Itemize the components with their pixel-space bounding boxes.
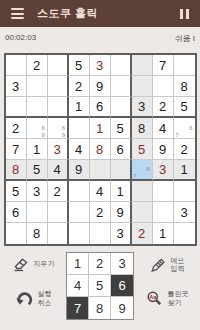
cell-r6c6[interactable] [111,160,132,181]
cell-r8c6[interactable]: 9 [111,202,132,223]
cell-r7c3[interactable]: 2 [48,181,69,202]
status-bar: 00:02:03 쉬움 I [0,33,200,44]
given-digit: 2 [96,206,103,219]
cell-r3c8[interactable]: 2 [153,97,174,118]
cell-r4c8[interactable]: 4 [153,118,174,139]
numpad-key-7[interactable]: 7 [67,297,89,319]
numpad-key-1[interactable]: 1 [67,253,89,275]
cell-r5c5[interactable]: 8 [90,139,111,160]
given-digit: 7 [12,143,19,156]
numpad-key-6[interactable]: 6 [111,275,133,297]
cell-r9c8[interactable]: 1 [153,223,174,244]
sudoku-board: 2537329816325269691584677134865928549673… [4,53,197,246]
given-digit: 3 [12,80,19,93]
cell-r9c3[interactable] [48,223,69,244]
given-digit: 8 [138,122,145,135]
user-digit: 8 [12,163,19,176]
given-digit: 2 [75,80,82,93]
cell-r4c2[interactable]: 69 [27,118,48,139]
given-digit: 9 [75,163,82,176]
cell-r2c2[interactable] [27,76,48,97]
cell-r9c9[interactable] [174,223,195,244]
given-digit: 3 [33,185,40,198]
cell-r5c4[interactable]: 4 [69,139,90,160]
cell-r3c6[interactable] [111,97,132,118]
cell-r5c1[interactable]: 7 [6,139,27,160]
pencil-marks: 69 [48,118,67,138]
pencil-marks: 69 [27,118,47,138]
cell-r5c3[interactable]: 3 [48,139,69,160]
cell-r8c9[interactable]: 3 [174,202,195,223]
given-digit: 8 [180,80,187,93]
pause-icon[interactable] [180,9,189,19]
user-digit: 1 [96,122,103,135]
right-controls: 메모입력 Aa 틀린곳찾기 [134,252,200,320]
controls-area: 지우기 실행취소 123456789 [0,252,200,320]
cell-r9c5[interactable] [90,223,111,244]
given-digit: 2 [159,100,166,113]
cell-r2c1[interactable]: 3 [6,76,27,97]
undo-icon [15,291,33,307]
erase-button[interactable]: 지우기 [0,257,66,272]
cell-r4c5[interactable]: 1 [90,118,111,139]
given-digit: 9 [116,206,123,219]
given-digit: 5 [180,100,187,113]
given-digit: 1 [75,100,82,113]
cell-r9c6[interactable]: 3 [111,223,132,244]
cell-r7c6[interactable]: 1 [111,181,132,202]
pencil-marks: 67 [132,160,152,179]
cell-r1c8[interactable]: 7 [153,55,174,76]
cell-r6c8[interactable]: 3 [153,160,174,181]
cell-r7c2[interactable]: 3 [27,181,48,202]
cell-r7c7[interactable] [132,181,153,202]
cell-r9c2[interactable]: 8 [27,223,48,244]
given-digit: 2 [33,59,40,72]
cell-r4c7[interactable]: 8 [132,118,153,139]
given-digit: 5 [116,122,123,135]
given-digit: 6 [96,100,103,113]
given-digit: 1 [180,163,187,176]
given-digit: 4 [53,163,60,176]
cell-r2c3[interactable] [48,76,69,97]
undo-label: 실행취소 [38,290,52,307]
given-digit: 5 [75,59,82,72]
app-title: 스도쿠 홀릭 [37,6,98,21]
cell-r3c4[interactable]: 1 [69,97,90,118]
cell-r2c8[interactable] [153,76,174,97]
numpad-key-8[interactable]: 8 [89,297,111,319]
cell-r4c1[interactable]: 2 [6,118,27,139]
given-digit: 3 [116,227,123,240]
cell-r7c1[interactable]: 5 [6,181,27,202]
cell-r7c4[interactable] [69,181,90,202]
given-digit: 5 [33,163,40,176]
cell-r1c7[interactable] [132,55,153,76]
eraser-icon [12,257,29,272]
cell-r5c2[interactable]: 1 [27,139,48,160]
user-digit: 5 [138,143,145,156]
pencil-icon [150,258,166,273]
cell-r5c9[interactable]: 2 [174,139,195,160]
cell-r3c3[interactable] [48,97,69,118]
memo-button[interactable]: 메모입력 [134,257,200,274]
cell-r1c5[interactable]: 3 [90,55,111,76]
cell-r1c4[interactable]: 5 [69,55,90,76]
cell-r8c3[interactable] [48,202,69,223]
numpad-key-2[interactable]: 2 [89,253,111,275]
find-mistakes-button[interactable]: Aa 틀린곳찾기 [134,290,200,307]
given-digit: 2 [53,185,60,198]
given-digit: 3 [180,206,187,219]
user-digit: 8 [96,143,103,156]
cell-r8c2[interactable] [27,202,48,223]
given-digit: 7 [159,59,166,72]
cell-r5c7[interactable]: 5 [132,139,153,160]
cell-r3c5[interactable]: 6 [90,97,111,118]
cell-r2c7[interactable] [132,76,153,97]
svg-text:Aa: Aa [149,294,157,300]
numpad-key-4[interactable]: 4 [67,275,89,297]
cell-r2c9[interactable]: 8 [174,76,195,97]
cell-r2c6[interactable] [111,76,132,97]
timer: 00:02:03 [5,33,36,44]
cell-r9c1[interactable] [6,223,27,244]
cell-r8c5[interactable]: 2 [90,202,111,223]
find-mistakes-icon: Aa [146,290,163,307]
cell-r4c3[interactable]: 69 [48,118,69,139]
numpad-key-3[interactable]: 3 [111,253,133,275]
cell-r2c5[interactable]: 9 [90,76,111,97]
given-digit: 1 [116,185,123,198]
cell-r1c9[interactable] [174,55,195,76]
given-digit: 2 [180,143,187,156]
given-digit: 3 [138,100,145,113]
cell-r3c9[interactable]: 5 [174,97,195,118]
user-digit: 3 [53,143,60,156]
cell-r4c4[interactable] [69,118,90,139]
user-digit: 2 [138,227,145,240]
cell-r9c7[interactable]: 2 [132,223,153,244]
given-digit: 5 [12,185,19,198]
app-header: 스도쿠 홀릭 [0,0,200,27]
cell-r7c8[interactable] [153,181,174,202]
cell-r6c7[interactable]: 67 [132,160,153,181]
cell-r1c2[interactable]: 2 [27,55,48,76]
given-digit: 4 [75,143,82,156]
user-digit: 3 [96,59,103,72]
left-controls: 지우기 실행취소 [0,252,66,320]
cell-r3c2[interactable] [27,97,48,118]
cell-r6c4[interactable]: 9 [69,160,90,181]
cell-r8c7[interactable] [132,202,153,223]
cell-r7c9[interactable] [174,181,195,202]
cell-r2c4[interactable]: 2 [69,76,90,97]
erase-label: 지우기 [34,260,55,268]
cell-r4c6[interactable]: 5 [111,118,132,139]
cell-r1c6[interactable] [111,55,132,76]
difficulty-label: 쉬움 I [175,33,195,44]
cell-r6c1[interactable]: 8 [6,160,27,181]
undo-button[interactable]: 실행취소 [0,290,66,307]
cell-r5c8[interactable]: 9 [153,139,174,160]
cell-r3c7[interactable]: 3 [132,97,153,118]
given-digit: 4 [159,122,166,135]
cell-r1c1[interactable] [6,55,27,76]
cell-r9c4[interactable] [69,223,90,244]
cell-r6c2[interactable]: 5 [27,160,48,181]
cell-r8c8[interactable] [153,202,174,223]
menu-icon[interactable] [11,8,24,19]
find-mistakes-label: 틀린곳찾기 [168,290,189,307]
cell-r6c3[interactable]: 4 [48,160,69,181]
given-digit: 1 [33,143,40,156]
user-digit: 3 [159,163,166,176]
pencil-marks: 67 [174,118,195,138]
cell-r7c5[interactable]: 4 [90,181,111,202]
cell-r1c3[interactable] [48,55,69,76]
given-digit: 1 [159,227,166,240]
cell-r6c9[interactable]: 1 [174,160,195,181]
cell-r4c9[interactable]: 67 [174,118,195,139]
given-digit: 6 [12,206,19,219]
cell-r3c1[interactable] [6,97,27,118]
numpad-key-5[interactable]: 5 [89,275,111,297]
given-digit: 6 [116,143,123,156]
numpad: 123456789 [66,252,134,320]
given-digit: 4 [96,185,103,198]
memo-label: 메모입력 [171,257,185,274]
cell-r5c6[interactable]: 6 [111,139,132,160]
given-digit: 2 [12,122,19,135]
given-digit: 9 [96,80,103,93]
given-digit: 9 [159,143,166,156]
cell-r8c4[interactable] [69,202,90,223]
given-digit: 8 [33,227,40,240]
cell-r8c1[interactable]: 6 [6,202,27,223]
cell-r6c5[interactable] [90,160,111,181]
numpad-key-9[interactable]: 9 [111,297,133,319]
